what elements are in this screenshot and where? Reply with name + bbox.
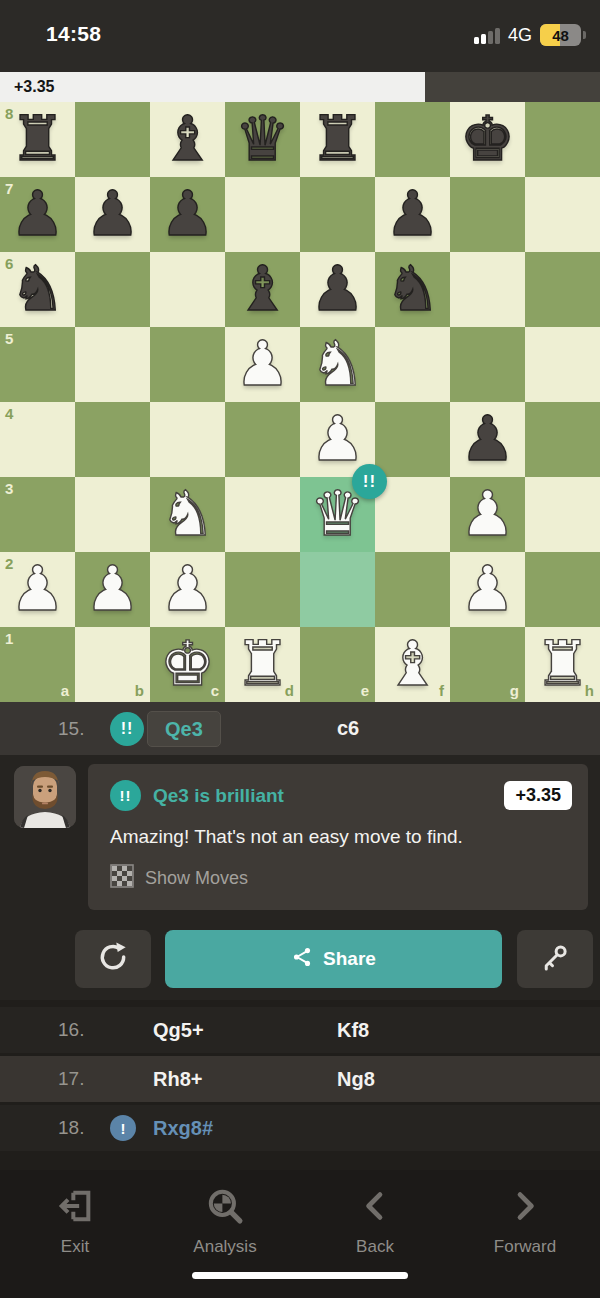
forward-label: Forward	[494, 1237, 556, 1257]
square-a1[interactable]: 1a	[0, 627, 75, 702]
square-b4[interactable]	[75, 402, 150, 477]
white-pawn[interactable]: ♟	[450, 477, 525, 552]
black-bishop[interactable]: ♝	[225, 252, 300, 327]
exit-button[interactable]: Exit	[0, 1184, 150, 1257]
square-f7[interactable]: ♟	[375, 177, 450, 252]
rank-label: 6	[5, 255, 13, 272]
square-h4[interactable]	[525, 402, 600, 477]
black-move[interactable]: Ng8	[337, 1056, 375, 1102]
chess-board[interactable]: 8♜♝♛♜♚7♟♟♟♟6♞♝♟♞5♟♞4♟♟3♞♛!!♟2♟♟♟♟1abc♚d♜…	[0, 102, 600, 702]
black-bishop[interactable]: ♝	[150, 102, 225, 177]
move-row-17[interactable]: 17. Rh8+ Ng8	[0, 1056, 600, 1102]
file-label: h	[585, 682, 594, 699]
square-h7[interactable]	[525, 177, 600, 252]
square-g6[interactable]	[450, 252, 525, 327]
rank-label: 1	[5, 630, 13, 647]
square-c2[interactable]: ♟	[150, 552, 225, 627]
back-button[interactable]: Back	[300, 1184, 450, 1257]
square-b5[interactable]	[75, 327, 150, 402]
square-h8[interactable]	[525, 102, 600, 177]
square-c6[interactable]	[150, 252, 225, 327]
battery-percent: 48	[540, 24, 581, 46]
square-e6[interactable]: ♟	[300, 252, 375, 327]
rank-label: 7	[5, 180, 13, 197]
square-h5[interactable]	[525, 327, 600, 402]
chevron-right-icon	[508, 1184, 542, 1228]
square-b2[interactable]: ♟	[75, 552, 150, 627]
file-label: d	[285, 682, 294, 699]
clock-time: 14:58	[46, 22, 101, 46]
move-row-18[interactable]: 18. ! Rxg8#	[0, 1105, 600, 1151]
black-pawn[interactable]: ♟	[75, 177, 150, 252]
black-queen[interactable]: ♛	[225, 102, 300, 177]
square-g5[interactable]	[450, 327, 525, 402]
square-g1[interactable]: g	[450, 627, 525, 702]
square-e1[interactable]: e	[300, 627, 375, 702]
black-move[interactable]: Kf8	[337, 1007, 369, 1053]
evaluation-white-fill	[0, 72, 425, 102]
coach-comment-text: Amazing! That's not an easy move to find…	[88, 826, 588, 848]
square-a4[interactable]: 4	[0, 402, 75, 477]
square-f6[interactable]: ♞	[375, 252, 450, 327]
square-a6[interactable]: 6♞	[0, 252, 75, 327]
square-c4[interactable]	[150, 402, 225, 477]
white-pawn[interactable]: ♟	[225, 327, 300, 402]
square-d1[interactable]: d♜	[225, 627, 300, 702]
square-f8[interactable]	[375, 102, 450, 177]
square-f4[interactable]	[375, 402, 450, 477]
brilliant-badge-icon: !!	[110, 780, 141, 811]
square-c1[interactable]: c♚	[150, 627, 225, 702]
action-buttons: Share	[0, 920, 600, 1000]
rank-label: 4	[5, 405, 13, 422]
black-knight[interactable]: ♞	[375, 252, 450, 327]
move-number: 18.	[58, 1105, 84, 1151]
black-pawn[interactable]: ♟	[300, 252, 375, 327]
evaluation-score: +3.35	[14, 72, 54, 102]
share-button[interactable]: Share	[165, 930, 502, 988]
share-icon	[291, 946, 313, 973]
square-b6[interactable]	[75, 252, 150, 327]
file-label: a	[61, 682, 69, 699]
forward-button[interactable]: Forward	[450, 1184, 600, 1257]
square-g4[interactable]: ♟	[450, 402, 525, 477]
white-move[interactable]: Rxg8#	[153, 1105, 213, 1151]
chevron-left-icon	[358, 1184, 392, 1228]
square-d3[interactable]	[225, 477, 300, 552]
square-f2[interactable]	[375, 552, 450, 627]
analysis-icon	[204, 1184, 246, 1228]
selected-move-chip[interactable]: Qe3	[147, 711, 221, 747]
square-d5[interactable]: ♟	[225, 327, 300, 402]
white-knight[interactable]: ♞	[300, 327, 375, 402]
square-h1[interactable]: h♜	[525, 627, 600, 702]
move-list: 16. Qg5+ Kf8 17. Rh8+ Ng8 18. ! Rxg8#	[0, 1000, 600, 1170]
square-c8[interactable]: ♝	[150, 102, 225, 177]
file-label: b	[135, 682, 144, 699]
exit-icon	[55, 1184, 95, 1228]
network-type: 4G	[508, 25, 532, 46]
mini-board-icon	[110, 864, 134, 893]
bottom-navigation: Exit Analysis Back	[0, 1170, 600, 1298]
square-e2[interactable]	[300, 552, 375, 627]
white-pawn[interactable]: ♟	[75, 552, 150, 627]
square-a5[interactable]: 5	[0, 327, 75, 402]
move-row-16[interactable]: 16. Qg5+ Kf8	[0, 1007, 600, 1053]
current-move-row[interactable]: 15. !! Qe3 c6	[0, 702, 600, 755]
square-d4[interactable]	[225, 402, 300, 477]
square-a7[interactable]: 7♟	[0, 177, 75, 252]
file-label: c	[211, 682, 219, 699]
black-pawn[interactable]: ♟	[450, 402, 525, 477]
coach-title: Qe3 is brilliant	[153, 785, 284, 807]
square-d8[interactable]: ♛	[225, 102, 300, 177]
square-e8[interactable]: ♜	[300, 102, 375, 177]
rank-label: 5	[5, 330, 13, 347]
square-f3[interactable]	[375, 477, 450, 552]
move-number: 17.	[58, 1056, 84, 1102]
square-c7[interactable]: ♟	[150, 177, 225, 252]
move-number: 15.	[58, 702, 84, 755]
black-pawn[interactable]: ♟	[375, 177, 450, 252]
coach-section: !! Qe3 is brilliant +3.35 Amazing! That'…	[0, 755, 600, 920]
brilliant-move-badge-icon: !!	[352, 464, 387, 499]
square-h2[interactable]	[525, 552, 600, 627]
brilliant-badge-icon: !!	[110, 712, 144, 746]
show-moves-label: Show Moves	[145, 868, 248, 889]
show-moves-button[interactable]: Show Moves	[88, 864, 588, 893]
black-move[interactable]: c6	[337, 702, 359, 755]
retry-icon	[97, 941, 129, 977]
back-label: Back	[356, 1237, 394, 1257]
file-label: e	[361, 682, 369, 699]
good-move-badge-icon: !	[110, 1115, 136, 1141]
key-icon	[540, 942, 570, 976]
rank-label: 2	[5, 555, 13, 572]
square-a2[interactable]: 2♟	[0, 552, 75, 627]
analysis-label: Analysis	[193, 1237, 256, 1257]
white-move[interactable]: Qg5+	[153, 1007, 204, 1053]
square-g8[interactable]: ♚	[450, 102, 525, 177]
square-g7[interactable]	[450, 177, 525, 252]
square-g3[interactable]: ♟	[450, 477, 525, 552]
evaluation-bar: +3.35	[0, 72, 600, 102]
share-label: Share	[323, 948, 376, 970]
rank-label: 8	[5, 105, 13, 122]
square-c5[interactable]	[150, 327, 225, 402]
square-f1[interactable]: f♝	[375, 627, 450, 702]
white-pawn[interactable]: ♟	[150, 552, 225, 627]
signal-strength-icon	[474, 27, 500, 44]
square-b1[interactable]: b	[75, 627, 150, 702]
square-a3[interactable]: 3	[0, 477, 75, 552]
square-b3[interactable]	[75, 477, 150, 552]
home-indicator[interactable]	[192, 1272, 408, 1279]
black-king[interactable]: ♚	[450, 102, 525, 177]
white-pawn[interactable]: ♟	[450, 552, 525, 627]
square-e5[interactable]: ♞	[300, 327, 375, 402]
analysis-button[interactable]: Analysis	[150, 1184, 300, 1257]
black-pawn[interactable]: ♟	[150, 177, 225, 252]
key-button[interactable]	[517, 930, 593, 988]
exit-label: Exit	[61, 1237, 89, 1257]
square-g2[interactable]: ♟	[450, 552, 525, 627]
status-bar: 14:58 4G 48	[0, 0, 600, 72]
square-a8[interactable]: 8♜	[0, 102, 75, 177]
square-e3[interactable]: ♛!!	[300, 477, 375, 552]
square-b8[interactable]	[75, 102, 150, 177]
square-f5[interactable]	[375, 327, 450, 402]
square-d6[interactable]: ♝	[225, 252, 300, 327]
move-number: 16.	[58, 1007, 84, 1053]
eval-pill: +3.35	[504, 781, 572, 810]
square-b7[interactable]: ♟	[75, 177, 150, 252]
coach-avatar	[14, 766, 76, 828]
retry-button[interactable]	[75, 930, 151, 988]
file-label: f	[439, 682, 444, 699]
square-d2[interactable]	[225, 552, 300, 627]
square-h3[interactable]	[525, 477, 600, 552]
white-knight[interactable]: ♞	[150, 477, 225, 552]
rank-label: 3	[5, 480, 13, 497]
black-rook[interactable]: ♜	[300, 102, 375, 177]
square-h6[interactable]	[525, 252, 600, 327]
battery-icon: 48	[540, 24, 586, 46]
square-c3[interactable]: ♞	[150, 477, 225, 552]
white-move[interactable]: Rh8+	[153, 1056, 202, 1102]
file-label: g	[510, 682, 519, 699]
coach-comment-card: !! Qe3 is brilliant +3.35 Amazing! That'…	[88, 764, 588, 910]
square-d7[interactable]	[225, 177, 300, 252]
square-e7[interactable]	[300, 177, 375, 252]
